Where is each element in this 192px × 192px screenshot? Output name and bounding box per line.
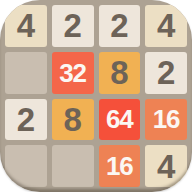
tile-16: 16 xyxy=(145,99,187,141)
tile-8: 8 xyxy=(52,99,94,141)
tile-4: 4 xyxy=(5,5,47,47)
tile-8: 8 xyxy=(99,52,141,94)
app-icon-2048[interactable]: 42243282286416164 xyxy=(0,0,192,192)
empty-cell xyxy=(5,52,47,94)
tile-2: 2 xyxy=(145,52,187,94)
tile-2: 2 xyxy=(52,5,94,47)
tile-2: 2 xyxy=(5,99,47,141)
tile-2: 2 xyxy=(99,5,141,47)
empty-cell xyxy=(5,145,47,187)
tile-16: 16 xyxy=(99,145,141,187)
empty-cell xyxy=(52,145,94,187)
tile-4: 4 xyxy=(145,145,187,187)
tile-32: 32 xyxy=(52,52,94,94)
tile-4: 4 xyxy=(145,5,187,47)
tile-64: 64 xyxy=(99,99,141,141)
board-grid: 42243282286416164 xyxy=(0,0,192,192)
